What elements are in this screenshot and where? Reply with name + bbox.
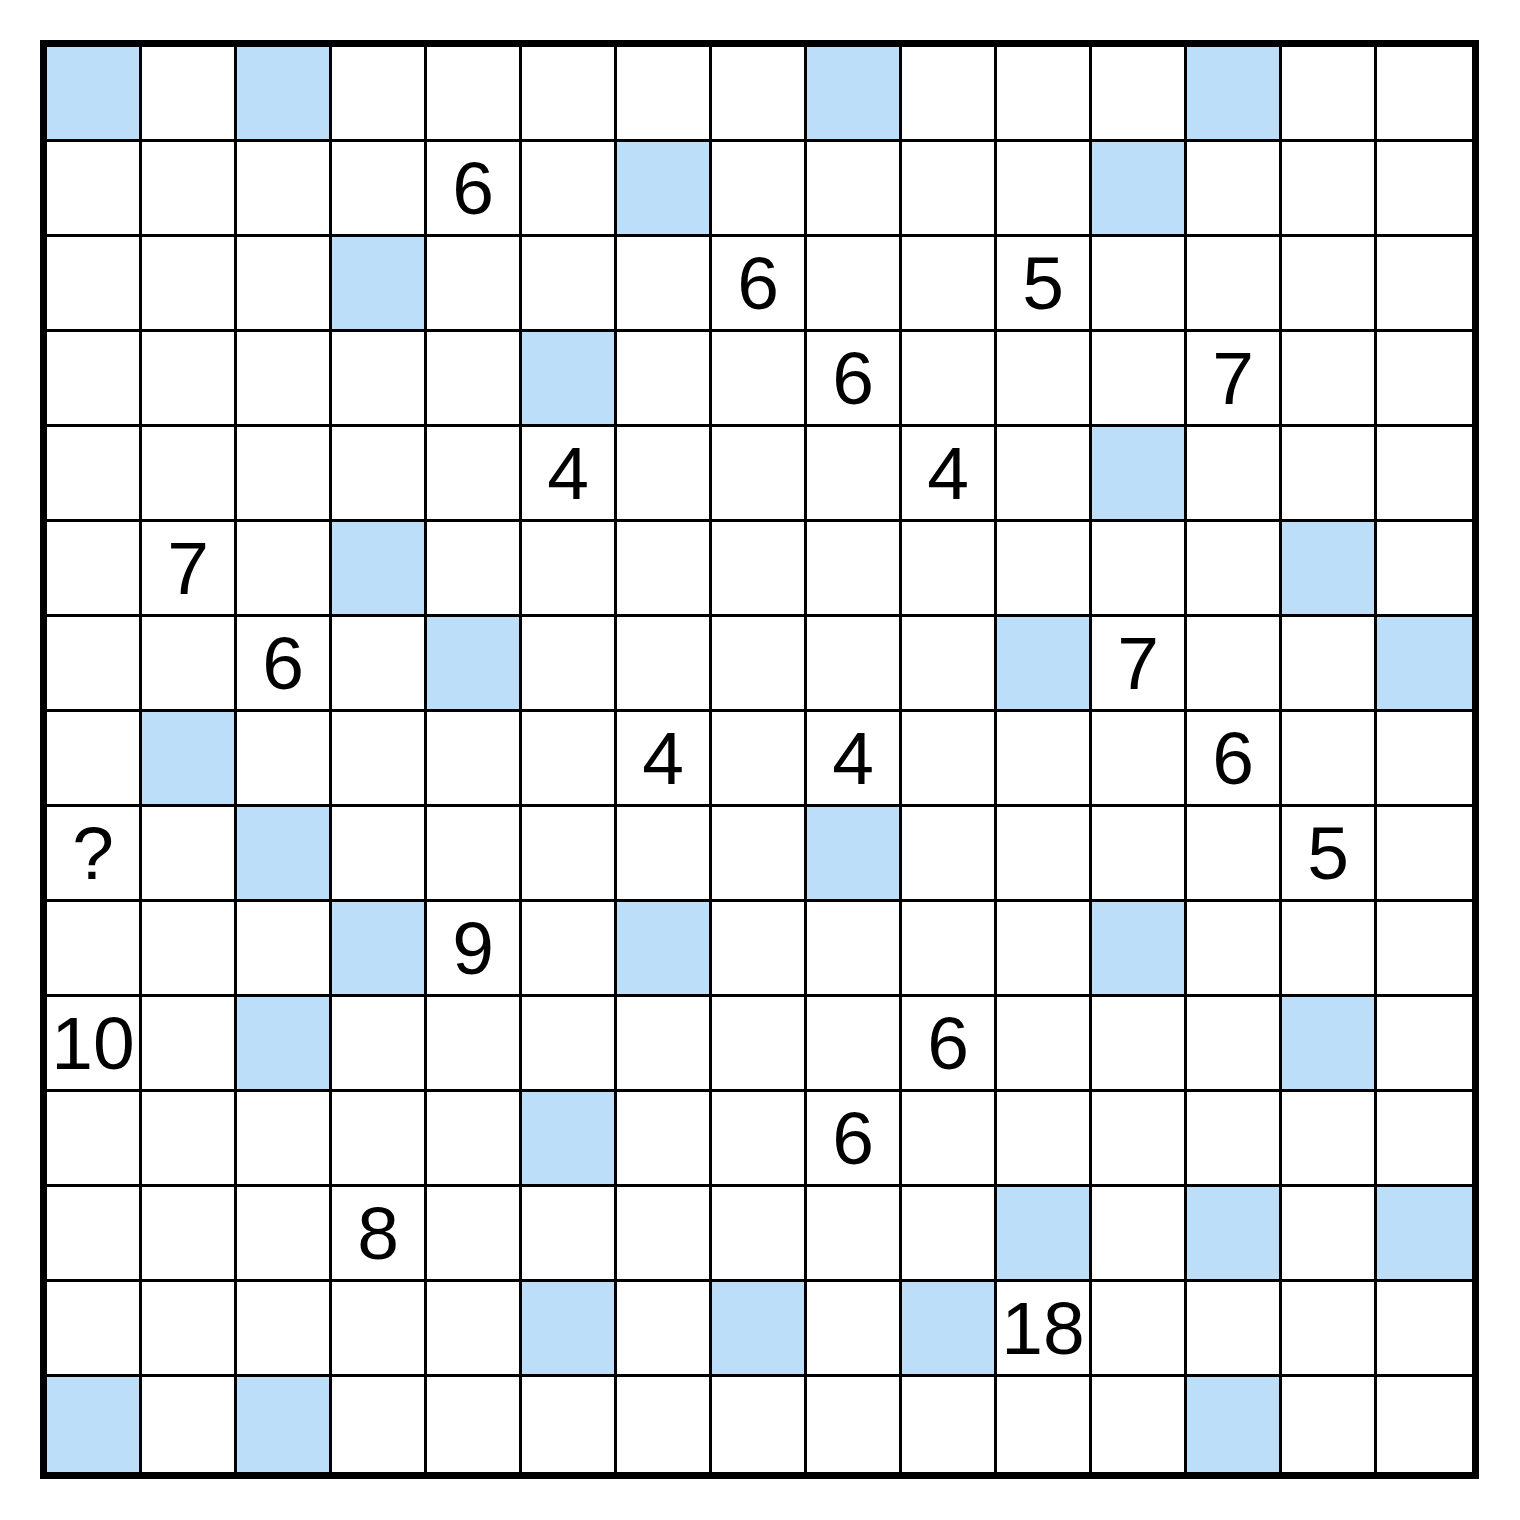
- empty-cell-r6c3: [332, 617, 427, 712]
- empty-cell-r2c14: [1377, 237, 1472, 332]
- empty-cell-r6c13: [1282, 617, 1377, 712]
- empty-cell-r14c1: [142, 1377, 237, 1472]
- empty-cell-r3c2: [237, 332, 332, 427]
- empty-cell-r2c0: [47, 237, 142, 332]
- clue-cell-r7c12: 6: [1187, 712, 1282, 807]
- clue-cell-r2c7: 6: [712, 237, 807, 332]
- empty-cell-r12c5: [522, 1187, 617, 1282]
- empty-cell-r9c5: [522, 902, 617, 997]
- clue-cell-r9c4: 9: [427, 902, 522, 997]
- clue-cell-r7c6: 4: [617, 712, 712, 807]
- empty-cell-r3c4: [427, 332, 522, 427]
- shaded-cell-r12c10: [997, 1187, 1092, 1282]
- clue-cell-r6c2: 6: [237, 617, 332, 712]
- shaded-cell-r10c13: [1282, 997, 1377, 1092]
- empty-cell-r2c8: [807, 237, 902, 332]
- empty-cell-r14c14: [1377, 1377, 1472, 1472]
- shaded-cell-r11c5: [522, 1092, 617, 1187]
- empty-cell-r4c4: [427, 427, 522, 522]
- empty-cell-r3c3: [332, 332, 427, 427]
- empty-cell-r8c9: [902, 807, 997, 902]
- empty-cell-r2c2: [237, 237, 332, 332]
- empty-cell-r5c4: [427, 522, 522, 617]
- empty-cell-r8c1: [142, 807, 237, 902]
- empty-cell-r9c10: [997, 902, 1092, 997]
- empty-cell-r11c10: [997, 1092, 1092, 1187]
- empty-cell-r4c14: [1377, 427, 1472, 522]
- empty-cell-r14c3: [332, 1377, 427, 1472]
- empty-cell-r1c1: [142, 142, 237, 237]
- empty-cell-r1c10: [997, 142, 1092, 237]
- shaded-cell-r13c9: [902, 1282, 997, 1377]
- empty-cell-r14c7: [712, 1377, 807, 1472]
- clue-cell-r13c10: 18: [997, 1282, 1092, 1377]
- empty-cell-r5c2: [237, 522, 332, 617]
- empty-cell-r12c9: [902, 1187, 997, 1282]
- empty-cell-r4c12: [1187, 427, 1282, 522]
- empty-cell-r5c11: [1092, 522, 1187, 617]
- empty-cell-r0c13: [1282, 47, 1377, 142]
- empty-cell-r13c11: [1092, 1282, 1187, 1377]
- empty-cell-r0c4: [427, 47, 522, 142]
- empty-cell-r5c14: [1377, 522, 1472, 617]
- empty-cell-r10c4: [427, 997, 522, 1092]
- empty-cell-r1c14: [1377, 142, 1472, 237]
- empty-cell-r13c0: [47, 1282, 142, 1377]
- shaded-cell-r5c3: [332, 522, 427, 617]
- empty-cell-r0c7: [712, 47, 807, 142]
- empty-cell-r3c10: [997, 332, 1092, 427]
- empty-cell-r3c1: [142, 332, 237, 427]
- empty-cell-r8c3: [332, 807, 427, 902]
- empty-cell-r2c13: [1282, 237, 1377, 332]
- empty-cell-r14c4: [427, 1377, 522, 1472]
- shaded-cell-r10c2: [237, 997, 332, 1092]
- empty-cell-r13c1: [142, 1282, 237, 1377]
- empty-cell-r12c6: [617, 1187, 712, 1282]
- shaded-cell-r6c14: [1377, 617, 1472, 712]
- empty-cell-r11c1: [142, 1092, 237, 1187]
- empty-cell-r5c7: [712, 522, 807, 617]
- empty-cell-r11c12: [1187, 1092, 1282, 1187]
- empty-cell-r3c6: [617, 332, 712, 427]
- empty-cell-r8c7: [712, 807, 807, 902]
- puzzle-board: 6656744767446?591066818: [40, 40, 1479, 1479]
- empty-cell-r0c9: [902, 47, 997, 142]
- clue-cell-r7c8: 4: [807, 712, 902, 807]
- empty-cell-r0c10: [997, 47, 1092, 142]
- empty-cell-r4c1: [142, 427, 237, 522]
- empty-cell-r14c11: [1092, 1377, 1187, 1472]
- empty-cell-r10c14: [1377, 997, 1472, 1092]
- empty-cell-r7c10: [997, 712, 1092, 807]
- shaded-cell-r0c0: [47, 47, 142, 142]
- empty-cell-r9c12: [1187, 902, 1282, 997]
- empty-cell-r1c9: [902, 142, 997, 237]
- empty-cell-r9c14: [1377, 902, 1472, 997]
- shaded-cell-r9c3: [332, 902, 427, 997]
- empty-cell-r8c11: [1092, 807, 1187, 902]
- shaded-cell-r0c12: [1187, 47, 1282, 142]
- empty-cell-r1c12: [1187, 142, 1282, 237]
- shaded-cell-r1c6: [617, 142, 712, 237]
- empty-cell-r13c14: [1377, 1282, 1472, 1377]
- empty-cell-r4c13: [1282, 427, 1377, 522]
- empty-cell-r12c13: [1282, 1187, 1377, 1282]
- empty-cell-r7c0: [47, 712, 142, 807]
- empty-cell-r6c6: [617, 617, 712, 712]
- empty-cell-r5c5: [522, 522, 617, 617]
- empty-cell-r1c13: [1282, 142, 1377, 237]
- empty-cell-r10c8: [807, 997, 902, 1092]
- empty-cell-r1c5: [522, 142, 617, 237]
- clue-cell-r3c12: 7: [1187, 332, 1282, 427]
- shaded-cell-r7c1: [142, 712, 237, 807]
- empty-cell-r14c9: [902, 1377, 997, 1472]
- empty-cell-r14c6: [617, 1377, 712, 1472]
- empty-cell-r13c3: [332, 1282, 427, 1377]
- empty-cell-r7c9: [902, 712, 997, 807]
- shaded-cell-r12c14: [1377, 1187, 1472, 1282]
- empty-cell-r13c6: [617, 1282, 712, 1377]
- empty-cell-r1c2: [237, 142, 332, 237]
- shaded-cell-r0c2: [237, 47, 332, 142]
- empty-cell-r3c14: [1377, 332, 1472, 427]
- empty-cell-r1c7: [712, 142, 807, 237]
- empty-cell-r2c11: [1092, 237, 1187, 332]
- shaded-cell-r13c7: [712, 1282, 807, 1377]
- shaded-cell-r14c2: [237, 1377, 332, 1472]
- empty-cell-r0c6: [617, 47, 712, 142]
- empty-cell-r9c2: [237, 902, 332, 997]
- unknown-clue-cell-r8c0: ?: [47, 807, 142, 902]
- empty-cell-r13c13: [1282, 1282, 1377, 1377]
- empty-cell-r9c1: [142, 902, 237, 997]
- empty-cell-r0c1: [142, 47, 237, 142]
- shaded-cell-r9c6: [617, 902, 712, 997]
- empty-cell-r6c8: [807, 617, 902, 712]
- empty-cell-r8c6: [617, 807, 712, 902]
- empty-cell-r4c8: [807, 427, 902, 522]
- clue-cell-r11c8: 6: [807, 1092, 902, 1187]
- empty-cell-r6c1: [142, 617, 237, 712]
- empty-cell-r6c5: [522, 617, 617, 712]
- shaded-cell-r0c8: [807, 47, 902, 142]
- shaded-cell-r12c12: [1187, 1187, 1282, 1282]
- empty-cell-r9c8: [807, 902, 902, 997]
- empty-cell-r4c6: [617, 427, 712, 522]
- empty-cell-r2c4: [427, 237, 522, 332]
- empty-cell-r10c7: [712, 997, 807, 1092]
- empty-cell-r3c11: [1092, 332, 1187, 427]
- empty-cell-r4c3: [332, 427, 427, 522]
- empty-cell-r13c12: [1187, 1282, 1282, 1377]
- empty-cell-r1c0: [47, 142, 142, 237]
- empty-cell-r12c11: [1092, 1187, 1187, 1282]
- clue-cell-r4c5: 4: [522, 427, 617, 522]
- empty-cell-r14c8: [807, 1377, 902, 1472]
- empty-cell-r10c6: [617, 997, 712, 1092]
- clue-cell-r2c10: 5: [997, 237, 1092, 332]
- shaded-cell-r3c5: [522, 332, 617, 427]
- empty-cell-r7c4: [427, 712, 522, 807]
- empty-cell-r3c7: [712, 332, 807, 427]
- empty-cell-r8c10: [997, 807, 1092, 902]
- empty-cell-r11c3: [332, 1092, 427, 1187]
- empty-cell-r7c13: [1282, 712, 1377, 807]
- empty-cell-r5c0: [47, 522, 142, 617]
- empty-cell-r11c9: [902, 1092, 997, 1187]
- empty-cell-r14c13: [1282, 1377, 1377, 1472]
- shaded-cell-r4c11: [1092, 427, 1187, 522]
- shaded-cell-r6c4: [427, 617, 522, 712]
- empty-cell-r11c4: [427, 1092, 522, 1187]
- shaded-cell-r1c11: [1092, 142, 1187, 237]
- shaded-cell-r5c13: [1282, 522, 1377, 617]
- empty-cell-r0c11: [1092, 47, 1187, 142]
- empty-cell-r12c0: [47, 1187, 142, 1282]
- shaded-cell-r13c5: [522, 1282, 617, 1377]
- empty-cell-r8c12: [1187, 807, 1282, 902]
- empty-cell-r10c1: [142, 997, 237, 1092]
- empty-cell-r12c7: [712, 1187, 807, 1282]
- empty-cell-r11c14: [1377, 1092, 1472, 1187]
- empty-cell-r6c0: [47, 617, 142, 712]
- empty-cell-r7c11: [1092, 712, 1187, 807]
- empty-cell-r13c4: [427, 1282, 522, 1377]
- empty-cell-r8c4: [427, 807, 522, 902]
- empty-cell-r7c7: [712, 712, 807, 807]
- shaded-cell-r8c8: [807, 807, 902, 902]
- empty-cell-r7c3: [332, 712, 427, 807]
- empty-cell-r9c13: [1282, 902, 1377, 997]
- empty-cell-r12c4: [427, 1187, 522, 1282]
- empty-cell-r3c9: [902, 332, 997, 427]
- shaded-cell-r6c10: [997, 617, 1092, 712]
- clue-cell-r8c13: 5: [1282, 807, 1377, 902]
- empty-cell-r10c3: [332, 997, 427, 1092]
- empty-cell-r4c2: [237, 427, 332, 522]
- empty-cell-r2c9: [902, 237, 997, 332]
- shaded-cell-r14c12: [1187, 1377, 1282, 1472]
- clue-cell-r10c0: 10: [47, 997, 142, 1092]
- empty-cell-r13c8: [807, 1282, 902, 1377]
- empty-cell-r11c0: [47, 1092, 142, 1187]
- empty-cell-r8c14: [1377, 807, 1472, 902]
- empty-cell-r3c13: [1282, 332, 1377, 427]
- empty-cell-r11c13: [1282, 1092, 1377, 1187]
- empty-cell-r7c5: [522, 712, 617, 807]
- empty-cell-r12c1: [142, 1187, 237, 1282]
- empty-cell-r0c3: [332, 47, 427, 142]
- empty-cell-r5c12: [1187, 522, 1282, 617]
- empty-cell-r5c6: [617, 522, 712, 617]
- empty-cell-r7c2: [237, 712, 332, 807]
- empty-cell-r0c14: [1377, 47, 1472, 142]
- empty-cell-r5c9: [902, 522, 997, 617]
- empty-cell-r2c1: [142, 237, 237, 332]
- clue-cell-r12c3: 8: [332, 1187, 427, 1282]
- empty-cell-r11c2: [237, 1092, 332, 1187]
- clue-cell-r6c11: 7: [1092, 617, 1187, 712]
- empty-cell-r8c5: [522, 807, 617, 902]
- empty-cell-r5c10: [997, 522, 1092, 617]
- empty-cell-r14c5: [522, 1377, 617, 1472]
- empty-cell-r14c10: [997, 1377, 1092, 1472]
- empty-cell-r6c9: [902, 617, 997, 712]
- empty-cell-r4c10: [997, 427, 1092, 522]
- clue-cell-r3c8: 6: [807, 332, 902, 427]
- empty-cell-r1c3: [332, 142, 427, 237]
- empty-cell-r2c6: [617, 237, 712, 332]
- empty-cell-r11c7: [712, 1092, 807, 1187]
- empty-cell-r4c7: [712, 427, 807, 522]
- empty-cell-r10c10: [997, 997, 1092, 1092]
- empty-cell-r4c0: [47, 427, 142, 522]
- empty-cell-r9c0: [47, 902, 142, 997]
- empty-cell-r9c7: [712, 902, 807, 997]
- empty-cell-r10c11: [1092, 997, 1187, 1092]
- shaded-cell-r9c11: [1092, 902, 1187, 997]
- clue-cell-r1c4: 6: [427, 142, 522, 237]
- shaded-cell-r2c3: [332, 237, 427, 332]
- empty-cell-r13c2: [237, 1282, 332, 1377]
- empty-cell-r5c8: [807, 522, 902, 617]
- shaded-cell-r14c0: [47, 1377, 142, 1472]
- empty-cell-r1c8: [807, 142, 902, 237]
- empty-cell-r10c12: [1187, 997, 1282, 1092]
- clue-cell-r5c1: 7: [142, 522, 237, 617]
- empty-cell-r9c9: [902, 902, 997, 997]
- empty-cell-r12c8: [807, 1187, 902, 1282]
- empty-cell-r7c14: [1377, 712, 1472, 807]
- empty-cell-r10c5: [522, 997, 617, 1092]
- clue-cell-r4c9: 4: [902, 427, 997, 522]
- empty-cell-r6c7: [712, 617, 807, 712]
- shaded-cell-r8c2: [237, 807, 332, 902]
- empty-cell-r11c11: [1092, 1092, 1187, 1187]
- clue-cell-r10c9: 6: [902, 997, 997, 1092]
- puzzle-grid: 6656744767446?591066818: [47, 47, 1472, 1472]
- empty-cell-r3c0: [47, 332, 142, 427]
- empty-cell-r2c12: [1187, 237, 1282, 332]
- empty-cell-r0c5: [522, 47, 617, 142]
- empty-cell-r12c2: [237, 1187, 332, 1282]
- empty-cell-r11c6: [617, 1092, 712, 1187]
- empty-cell-r2c5: [522, 237, 617, 332]
- empty-cell-r6c12: [1187, 617, 1282, 712]
